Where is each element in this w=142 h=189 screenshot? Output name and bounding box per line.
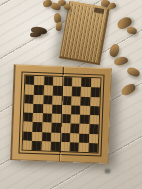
square-c4	[42, 113, 52, 123]
square-c8	[44, 76, 54, 86]
square-f1	[69, 142, 79, 152]
square-g6	[81, 96, 91, 106]
square-c5	[43, 104, 53, 114]
square-h1	[88, 143, 98, 153]
floor-knot	[105, 169, 110, 173]
square-f8	[72, 77, 82, 87]
square-g3	[80, 124, 90, 134]
square-g2	[79, 133, 89, 143]
square-f7	[72, 87, 82, 97]
square-g1	[79, 142, 89, 152]
square-e5	[61, 105, 71, 115]
square-b4	[33, 113, 43, 123]
square-f3	[70, 124, 80, 134]
square-b3	[33, 122, 43, 132]
square-h2	[89, 134, 99, 144]
square-e6	[62, 96, 72, 106]
square-a1	[23, 140, 33, 150]
square-f5	[71, 105, 81, 115]
square-h6	[90, 97, 100, 107]
square-a5	[24, 103, 34, 113]
square-h3	[89, 124, 99, 134]
square-c3	[42, 123, 52, 133]
square-f2	[70, 133, 80, 143]
square-a3	[23, 122, 33, 132]
square-c2	[42, 132, 52, 142]
chess-board	[10, 64, 112, 164]
square-b5	[33, 104, 43, 114]
square-h7	[90, 87, 100, 97]
square-a7	[25, 85, 35, 95]
square-b8	[34, 76, 44, 86]
square-h5	[90, 106, 100, 116]
square-a6	[24, 94, 34, 104]
square-e8	[63, 77, 73, 87]
square-g4	[80, 115, 90, 125]
chess-set-photo	[0, 0, 142, 189]
square-e7	[62, 86, 72, 96]
square-e2	[60, 133, 70, 143]
square-g7	[81, 87, 91, 97]
square-c6	[43, 95, 53, 105]
square-g8	[81, 78, 91, 88]
square-e4	[61, 114, 71, 124]
square-e1	[60, 142, 70, 152]
square-b6	[34, 94, 44, 104]
square-f4	[71, 114, 81, 124]
square-g5	[80, 105, 90, 115]
square-e3	[61, 123, 71, 133]
square-b7	[34, 85, 44, 95]
square-f6	[71, 96, 81, 106]
lid-finger-notch	[94, 7, 105, 14]
square-a2	[23, 131, 33, 141]
square-c7	[43, 86, 53, 96]
square-h4	[89, 115, 99, 125]
square-h8	[91, 78, 101, 88]
square-a8	[25, 76, 35, 86]
square-b2	[32, 131, 42, 141]
square-a4	[24, 113, 34, 123]
square-c1	[41, 141, 51, 151]
square-b1	[32, 141, 42, 151]
